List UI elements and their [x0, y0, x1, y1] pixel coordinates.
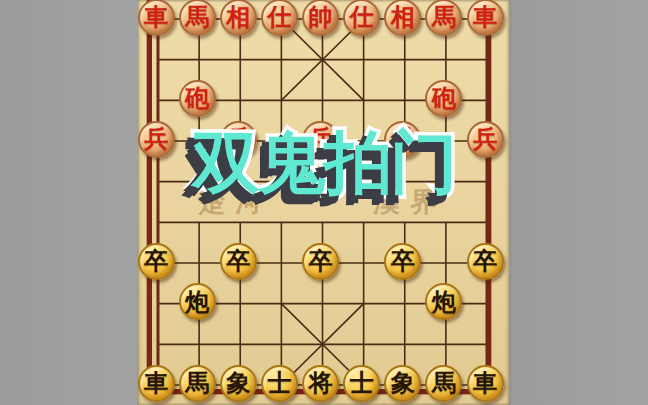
piece-black-elephant[interactable]: 象 — [220, 365, 257, 402]
piece-black-chariot[interactable]: 車 — [467, 365, 504, 402]
piece-black-soldier[interactable]: 卒 — [220, 243, 257, 280]
piece-black-advisor[interactable]: 士 — [261, 365, 298, 402]
piece-black-horse[interactable]: 馬 — [179, 365, 216, 402]
piece-black-chariot[interactable]: 車 — [138, 365, 175, 402]
piece-black-soldier[interactable]: 卒 — [467, 243, 504, 280]
piece-red-soldier[interactable]: 兵 — [302, 121, 339, 158]
piece-red-soldier[interactable]: 兵 — [467, 121, 504, 158]
piece-red-soldier[interactable]: 兵 — [384, 121, 421, 158]
piece-red-advisor[interactable]: 仕 — [343, 0, 380, 36]
video-frame: 楚河 漢界 車馬相仕帥仕相馬車砲砲兵兵兵兵兵卒卒卒卒卒炮炮車馬象士将士象馬車 双… — [0, 0, 648, 405]
letterbox-left — [0, 0, 137, 405]
xiangqi-board[interactable]: 楚河 漢界 車馬相仕帥仕相馬車砲砲兵兵兵兵兵卒卒卒卒卒炮炮車馬象士将士象馬車 — [137, 0, 510, 405]
piece-red-soldier[interactable]: 兵 — [220, 121, 257, 158]
piece-black-horse[interactable]: 馬 — [425, 365, 462, 402]
piece-red-chariot[interactable]: 車 — [467, 0, 504, 36]
piece-black-elephant[interactable]: 象 — [384, 365, 421, 402]
piece-red-advisor[interactable]: 仕 — [261, 0, 298, 36]
board-grid-lines — [137, 0, 510, 405]
letterbox-right — [510, 0, 648, 405]
piece-black-cannon[interactable]: 炮 — [179, 283, 216, 320]
piece-black-advisor[interactable]: 士 — [343, 365, 380, 402]
river-label-left: 楚河 — [198, 184, 272, 220]
river-label-right: 漢界 — [373, 184, 447, 220]
piece-red-horse[interactable]: 馬 — [179, 0, 216, 36]
piece-red-cannon[interactable]: 砲 — [425, 80, 462, 117]
piece-red-elephant[interactable]: 相 — [220, 0, 257, 36]
piece-black-general[interactable]: 将 — [302, 365, 339, 402]
piece-red-general[interactable]: 帥 — [302, 0, 339, 36]
piece-red-horse[interactable]: 馬 — [425, 0, 462, 36]
piece-black-soldier[interactable]: 卒 — [302, 243, 339, 280]
piece-red-cannon[interactable]: 砲 — [179, 80, 216, 117]
piece-black-soldier[interactable]: 卒 — [384, 243, 421, 280]
piece-red-elephant[interactable]: 相 — [384, 0, 421, 36]
piece-red-chariot[interactable]: 車 — [138, 0, 175, 36]
piece-black-soldier[interactable]: 卒 — [138, 243, 175, 280]
piece-red-soldier[interactable]: 兵 — [138, 121, 175, 158]
